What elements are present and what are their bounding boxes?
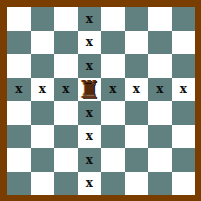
square-f8[interactable] <box>125 7 149 31</box>
move-mark: x <box>86 130 93 142</box>
chess-board-frame: xxxxxx♜xxxxxxxx <box>0 0 201 201</box>
square-a7[interactable] <box>7 31 31 55</box>
move-mark: x <box>156 83 163 95</box>
square-b4[interactable] <box>31 101 55 125</box>
square-c5[interactable]: x <box>54 78 78 102</box>
square-d3[interactable]: x <box>78 125 102 149</box>
move-mark: x <box>39 83 46 95</box>
square-h7[interactable] <box>172 31 196 55</box>
square-c3[interactable] <box>54 125 78 149</box>
square-a2[interactable] <box>7 148 31 172</box>
square-b6[interactable] <box>31 54 55 78</box>
move-mark: x <box>109 83 116 95</box>
square-f4[interactable] <box>125 101 149 125</box>
move-mark: x <box>86 154 93 166</box>
square-e8[interactable] <box>101 7 125 31</box>
square-f3[interactable] <box>125 125 149 149</box>
square-c6[interactable] <box>54 54 78 78</box>
square-b7[interactable] <box>31 31 55 55</box>
square-f5[interactable]: x <box>125 78 149 102</box>
square-a3[interactable] <box>7 125 31 149</box>
square-e2[interactable] <box>101 148 125 172</box>
square-a4[interactable] <box>7 101 31 125</box>
square-g5[interactable]: x <box>148 78 172 102</box>
move-mark: x <box>86 107 93 119</box>
square-d2[interactable]: x <box>78 148 102 172</box>
square-c1[interactable] <box>54 172 78 196</box>
move-mark: x <box>133 83 140 95</box>
square-a5[interactable]: x <box>7 78 31 102</box>
square-d7[interactable]: x <box>78 31 102 55</box>
square-d5[interactable]: ♜ <box>78 78 102 102</box>
square-h2[interactable] <box>172 148 196 172</box>
square-e7[interactable] <box>101 31 125 55</box>
square-d6[interactable]: x <box>78 54 102 78</box>
chess-board: xxxxxx♜xxxxxxxx <box>7 7 195 195</box>
square-h4[interactable] <box>172 101 196 125</box>
square-f2[interactable] <box>125 148 149 172</box>
square-c8[interactable] <box>54 7 78 31</box>
square-d1[interactable]: x <box>78 172 102 196</box>
move-mark: x <box>86 36 93 48</box>
square-c4[interactable] <box>54 101 78 125</box>
square-g8[interactable] <box>148 7 172 31</box>
square-h1[interactable] <box>172 172 196 196</box>
square-f1[interactable] <box>125 172 149 196</box>
square-c7[interactable] <box>54 31 78 55</box>
square-e4[interactable] <box>101 101 125 125</box>
square-c2[interactable] <box>54 148 78 172</box>
move-mark: x <box>86 60 93 72</box>
square-h6[interactable] <box>172 54 196 78</box>
square-f6[interactable] <box>125 54 149 78</box>
square-a6[interactable] <box>7 54 31 78</box>
square-a1[interactable] <box>7 172 31 196</box>
dark-rook-piece[interactable]: ♜ <box>78 78 100 102</box>
move-mark: x <box>86 177 93 189</box>
square-g6[interactable] <box>148 54 172 78</box>
move-mark: x <box>15 83 22 95</box>
move-mark: x <box>62 83 69 95</box>
square-d8[interactable]: x <box>78 7 102 31</box>
square-h8[interactable] <box>172 7 196 31</box>
square-e1[interactable] <box>101 172 125 196</box>
move-mark: x <box>180 83 187 95</box>
square-g2[interactable] <box>148 148 172 172</box>
square-b8[interactable] <box>31 7 55 31</box>
square-b1[interactable] <box>31 172 55 196</box>
square-h5[interactable]: x <box>172 78 196 102</box>
square-g4[interactable] <box>148 101 172 125</box>
square-b2[interactable] <box>31 148 55 172</box>
square-h3[interactable] <box>172 125 196 149</box>
square-b3[interactable] <box>31 125 55 149</box>
square-g1[interactable] <box>148 172 172 196</box>
square-g3[interactable] <box>148 125 172 149</box>
square-e5[interactable]: x <box>101 78 125 102</box>
square-f7[interactable] <box>125 31 149 55</box>
square-a8[interactable] <box>7 7 31 31</box>
square-g7[interactable] <box>148 31 172 55</box>
square-b5[interactable]: x <box>31 78 55 102</box>
move-mark: x <box>86 13 93 25</box>
square-e6[interactable] <box>101 54 125 78</box>
square-e3[interactable] <box>101 125 125 149</box>
square-d4[interactable]: x <box>78 101 102 125</box>
